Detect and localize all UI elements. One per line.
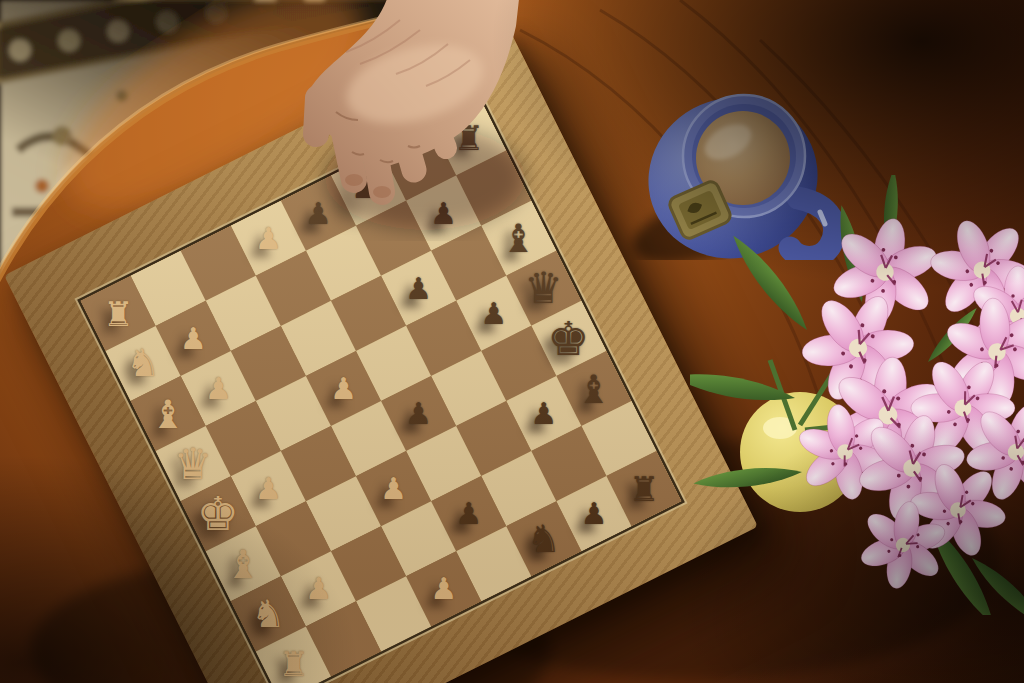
white-bishop-c1[interactable]: ♝ [151, 394, 186, 433]
black-pawn-d7[interactable]: ♟ [480, 298, 507, 328]
black-pawn-c6[interactable]: ♟ [405, 273, 432, 303]
black-rook-h8[interactable]: ♜ [629, 472, 659, 506]
white-pawn-d4[interactable]: ♟ [330, 373, 357, 403]
flower-bouquet [690, 175, 1024, 615]
white-knight-b1[interactable]: ♞ [126, 344, 160, 382]
white-pawn-g2[interactable]: ♟ [305, 574, 332, 604]
black-pawn-g5[interactable]: ♟ [455, 499, 482, 529]
black-pawn-e5[interactable]: ♟ [405, 399, 432, 429]
black-bishop-f8[interactable]: ♝ [576, 369, 611, 408]
white-pawn-b2[interactable]: ♟ [180, 323, 207, 353]
black-pawn-f7[interactable]: ♟ [530, 399, 557, 429]
white-king-e1[interactable]: ♚ [197, 490, 239, 537]
black-pawn-h7[interactable]: ♟ [580, 499, 607, 529]
white-pawn-c2[interactable]: ♟ [205, 373, 232, 403]
white-rook-a1[interactable]: ♜ [103, 296, 133, 330]
white-rook-h1[interactable]: ♜ [278, 647, 308, 681]
photo-scene: ♜♝♛♚♝♜♟♟♟♟♞♟♞♟♟♟♟♟♟♟♟♟♟♟♜♞♝♛♚♝♞♜ [0, 0, 1024, 683]
white-pawn-e2[interactable]: ♟ [255, 474, 282, 504]
white-pawn-f4[interactable]: ♟ [380, 474, 407, 504]
black-king-e8[interactable]: ♚ [548, 315, 590, 362]
player-hand [270, 0, 580, 250]
white-bishop-f1[interactable]: ♝ [226, 544, 261, 583]
black-queen-d8[interactable]: ♛ [524, 267, 563, 310]
black-knight-h6[interactable]: ♞ [527, 520, 561, 558]
white-pawn-h4[interactable]: ♟ [430, 574, 457, 604]
white-queen-d1[interactable]: ♛ [174, 442, 213, 485]
white-knight-g1[interactable]: ♞ [251, 595, 285, 633]
